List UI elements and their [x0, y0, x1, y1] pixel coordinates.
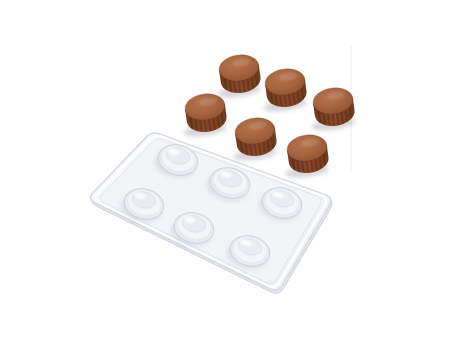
product-photo — [0, 0, 460, 340]
chocolate-6 — [280, 132, 330, 179]
chocolate-2 — [258, 66, 308, 113]
chocolate-3 — [306, 85, 356, 132]
scene-svg — [0, 0, 460, 340]
chocolate-1 — [212, 52, 262, 99]
chocolate-5 — [228, 115, 278, 162]
chocolate-4 — [178, 91, 228, 138]
